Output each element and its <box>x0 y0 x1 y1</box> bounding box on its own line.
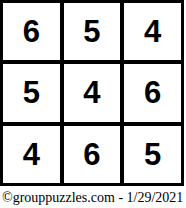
cell-r2c1: 5 <box>3 64 60 121</box>
cell-r1c1: 6 <box>3 3 60 60</box>
puzzle-image: 6 5 4 5 4 6 4 6 5 ©grouppuzzles.com - 1/… <box>0 0 186 208</box>
copyright-text: ©grouppuzzles.com - 1/29/2021 <box>2 190 183 206</box>
cell-r1c3: 4 <box>124 3 181 60</box>
cell-r3c1: 4 <box>3 126 60 183</box>
cell-r2c2: 4 <box>64 64 121 121</box>
cell-r2c3: 6 <box>124 64 181 121</box>
puzzle-grid: 6 5 4 5 4 6 4 6 5 <box>0 0 184 186</box>
cell-r3c3: 5 <box>124 126 181 183</box>
cell-r3c2: 6 <box>64 126 121 183</box>
cell-r1c2: 5 <box>64 3 121 60</box>
